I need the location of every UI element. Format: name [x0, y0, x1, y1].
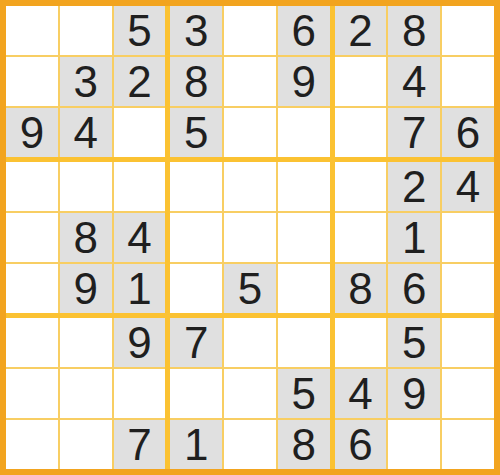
- cell-r7c2[interactable]: [60, 318, 112, 367]
- cell-r8c2[interactable]: [60, 369, 112, 418]
- cell-r3c2[interactable]: 4: [60, 108, 112, 157]
- cell-r2c9[interactable]: [442, 57, 494, 106]
- cell-r8c7[interactable]: 4: [335, 369, 387, 418]
- cell-r9c6[interactable]: 8: [278, 420, 330, 469]
- cell-r4c5[interactable]: [224, 162, 276, 211]
- cell-r8c6[interactable]: 5: [278, 369, 330, 418]
- box-1-3: 28476: [335, 6, 494, 157]
- cell-r5c4[interactable]: [170, 213, 222, 262]
- cell-r2c4[interactable]: 8: [170, 57, 222, 106]
- box-3-3: 5496: [335, 318, 494, 469]
- sudoku-board: 53294368952847684915241869775185496: [0, 0, 500, 475]
- box-3-1: 97: [6, 318, 165, 469]
- cell-r5c7[interactable]: [335, 213, 387, 262]
- cell-r3c7[interactable]: [335, 108, 387, 157]
- cell-r4c7[interactable]: [335, 162, 387, 211]
- cell-r6c1[interactable]: [6, 264, 58, 313]
- cell-r5c2[interactable]: 8: [60, 213, 112, 262]
- cell-r1c5[interactable]: [224, 6, 276, 55]
- cell-r4c2[interactable]: [60, 162, 112, 211]
- cell-r1c1[interactable]: [6, 6, 58, 55]
- cell-r4c6[interactable]: [278, 162, 330, 211]
- cell-r3c3[interactable]: [114, 108, 166, 157]
- cell-r6c4[interactable]: [170, 264, 222, 313]
- cell-r1c9[interactable]: [442, 6, 494, 55]
- cell-r9c5[interactable]: [224, 420, 276, 469]
- cell-r1c6[interactable]: 6: [278, 6, 330, 55]
- cell-r3c9[interactable]: 6: [442, 108, 494, 157]
- box-2-3: 24186: [335, 162, 494, 313]
- cell-r9c3[interactable]: 7: [114, 420, 166, 469]
- cell-r2c3[interactable]: 2: [114, 57, 166, 106]
- cell-r3c8[interactable]: 7: [388, 108, 440, 157]
- cell-r6c9[interactable]: [442, 264, 494, 313]
- cell-r1c7[interactable]: 2: [335, 6, 387, 55]
- cell-r4c9[interactable]: 4: [442, 162, 494, 211]
- cell-r9c7[interactable]: 6: [335, 420, 387, 469]
- cell-r2c1[interactable]: [6, 57, 58, 106]
- cell-r8c3[interactable]: [114, 369, 166, 418]
- cell-r9c9[interactable]: [442, 420, 494, 469]
- cell-r7c1[interactable]: [6, 318, 58, 367]
- cell-r7c5[interactable]: [224, 318, 276, 367]
- cell-r7c8[interactable]: 5: [388, 318, 440, 367]
- cell-r5c6[interactable]: [278, 213, 330, 262]
- cell-r9c2[interactable]: [60, 420, 112, 469]
- cell-r8c9[interactable]: [442, 369, 494, 418]
- cell-r6c5[interactable]: 5: [224, 264, 276, 313]
- cell-r6c8[interactable]: 6: [388, 264, 440, 313]
- cell-r8c5[interactable]: [224, 369, 276, 418]
- cell-r2c8[interactable]: 4: [388, 57, 440, 106]
- cell-r3c5[interactable]: [224, 108, 276, 157]
- cell-r8c8[interactable]: 9: [388, 369, 440, 418]
- cell-r1c3[interactable]: 5: [114, 6, 166, 55]
- cell-r7c4[interactable]: 7: [170, 318, 222, 367]
- cell-r2c7[interactable]: [335, 57, 387, 106]
- cell-r5c1[interactable]: [6, 213, 58, 262]
- cell-r6c2[interactable]: 9: [60, 264, 112, 313]
- cell-r3c6[interactable]: [278, 108, 330, 157]
- cell-r4c3[interactable]: [114, 162, 166, 211]
- cell-r7c7[interactable]: [335, 318, 387, 367]
- cell-r1c4[interactable]: 3: [170, 6, 222, 55]
- box-3-2: 7518: [170, 318, 329, 469]
- cell-r7c9[interactable]: [442, 318, 494, 367]
- cell-r2c2[interactable]: 3: [60, 57, 112, 106]
- cell-r2c6[interactable]: 9: [278, 57, 330, 106]
- cell-r4c8[interactable]: 2: [388, 162, 440, 211]
- cell-r3c4[interactable]: 5: [170, 108, 222, 157]
- cell-r7c6[interactable]: [278, 318, 330, 367]
- cell-r4c1[interactable]: [6, 162, 58, 211]
- box-1-2: 36895: [170, 6, 329, 157]
- cell-r9c4[interactable]: 1: [170, 420, 222, 469]
- box-2-2: 5: [170, 162, 329, 313]
- cell-r8c1[interactable]: [6, 369, 58, 418]
- cell-r6c3[interactable]: 1: [114, 264, 166, 313]
- cell-r5c3[interactable]: 4: [114, 213, 166, 262]
- cell-r6c7[interactable]: 8: [335, 264, 387, 313]
- cell-r9c8[interactable]: [388, 420, 440, 469]
- cell-r9c1[interactable]: [6, 420, 58, 469]
- box-1-1: 53294: [6, 6, 165, 157]
- cell-r6c6[interactable]: [278, 264, 330, 313]
- cell-r5c5[interactable]: [224, 213, 276, 262]
- cell-r1c8[interactable]: 8: [388, 6, 440, 55]
- box-2-1: 8491: [6, 162, 165, 313]
- cell-r1c2[interactable]: [60, 6, 112, 55]
- cell-r8c4[interactable]: [170, 369, 222, 418]
- cell-r3c1[interactable]: 9: [6, 108, 58, 157]
- cell-r2c5[interactable]: [224, 57, 276, 106]
- cell-r4c4[interactable]: [170, 162, 222, 211]
- cell-r7c3[interactable]: 9: [114, 318, 166, 367]
- cell-r5c9[interactable]: [442, 213, 494, 262]
- cell-r5c8[interactable]: 1: [388, 213, 440, 262]
